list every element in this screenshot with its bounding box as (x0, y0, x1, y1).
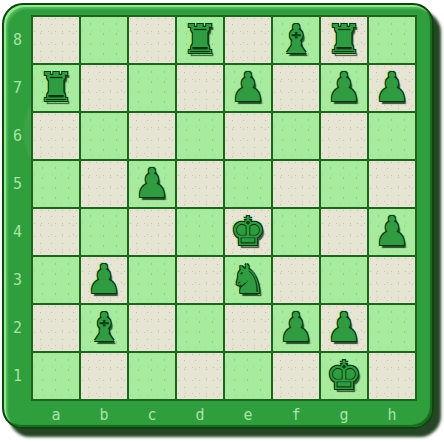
square-d5[interactable] (177, 161, 223, 207)
square-c3[interactable] (129, 257, 175, 303)
rank-label-5: 5 (4, 161, 31, 207)
square-h1[interactable] (369, 353, 415, 399)
piece-pawn-g2[interactable]: ♟ (326, 304, 362, 350)
piece-bishop-f8[interactable]: ♝ (278, 16, 314, 62)
square-d2[interactable] (177, 305, 223, 351)
chess-app-window: 87654321 abcdefgh ♜♝♜♜♟♟♟♟♚♟♟♞♝♟♟♚ (0, 0, 444, 442)
board-frame: 87654321 abcdefgh ♜♝♜♜♟♟♟♟♚♟♟♞♝♟♟♚ (2, 3, 434, 429)
file-label-c: c (129, 403, 175, 429)
square-h3[interactable] (369, 257, 415, 303)
square-e7[interactable]: ♟ (225, 65, 271, 111)
square-g7[interactable]: ♟ (321, 65, 367, 111)
square-g1[interactable]: ♚ (321, 353, 367, 399)
piece-bishop-b2[interactable]: ♝ (86, 304, 122, 350)
square-g2[interactable]: ♟ (321, 305, 367, 351)
piece-pawn-c5[interactable]: ♟ (134, 160, 170, 206)
square-g8[interactable]: ♜ (321, 17, 367, 63)
square-d6[interactable] (177, 113, 223, 159)
rank-label-2: 2 (4, 305, 31, 351)
square-d1[interactable] (177, 353, 223, 399)
square-h6[interactable] (369, 113, 415, 159)
square-c8[interactable] (129, 17, 175, 63)
piece-pawn-e7[interactable]: ♟ (230, 64, 266, 110)
square-e4[interactable]: ♚ (225, 209, 271, 255)
rank-label-1: 1 (4, 353, 31, 399)
square-b5[interactable] (81, 161, 127, 207)
square-c7[interactable] (129, 65, 175, 111)
square-a1[interactable] (33, 353, 79, 399)
file-label-f: f (273, 403, 319, 429)
rank-label-3: 3 (4, 257, 31, 303)
file-label-a: a (33, 403, 79, 429)
piece-rook-d8[interactable]: ♜ (182, 16, 218, 62)
square-d3[interactable] (177, 257, 223, 303)
square-e3[interactable]: ♞ (225, 257, 271, 303)
square-h8[interactable] (369, 17, 415, 63)
file-label-g: g (321, 403, 367, 429)
square-e6[interactable] (225, 113, 271, 159)
square-e2[interactable] (225, 305, 271, 351)
piece-king-e4[interactable]: ♚ (230, 208, 266, 254)
square-a6[interactable] (33, 113, 79, 159)
square-f7[interactable] (273, 65, 319, 111)
piece-pawn-h4[interactable]: ♟ (374, 208, 410, 254)
piece-pawn-h7[interactable]: ♟ (374, 64, 410, 110)
square-h5[interactable] (369, 161, 415, 207)
square-g3[interactable] (321, 257, 367, 303)
piece-king-g1[interactable]: ♚ (326, 352, 362, 398)
piece-pawn-f2[interactable]: ♟ (278, 304, 314, 350)
square-b4[interactable] (81, 209, 127, 255)
square-f4[interactable] (273, 209, 319, 255)
square-f2[interactable]: ♟ (273, 305, 319, 351)
square-b8[interactable] (81, 17, 127, 63)
square-h2[interactable] (369, 305, 415, 351)
file-label-d: d (177, 403, 223, 429)
square-c6[interactable] (129, 113, 175, 159)
square-b6[interactable] (81, 113, 127, 159)
rank-label-6: 6 (4, 113, 31, 159)
file-label-b: b (81, 403, 127, 429)
square-a7[interactable]: ♜ (33, 65, 79, 111)
square-a8[interactable] (33, 17, 79, 63)
square-f5[interactable] (273, 161, 319, 207)
square-e5[interactable] (225, 161, 271, 207)
square-f1[interactable] (273, 353, 319, 399)
square-h4[interactable]: ♟ (369, 209, 415, 255)
file-label-h: h (369, 403, 415, 429)
square-g4[interactable] (321, 209, 367, 255)
square-b2[interactable]: ♝ (81, 305, 127, 351)
rank-label-8: 8 (4, 17, 31, 63)
square-d8[interactable]: ♜ (177, 17, 223, 63)
square-c2[interactable] (129, 305, 175, 351)
square-b1[interactable] (81, 353, 127, 399)
square-f6[interactable] (273, 113, 319, 159)
square-a4[interactable] (33, 209, 79, 255)
piece-rook-g8[interactable]: ♜ (326, 16, 362, 62)
square-f8[interactable]: ♝ (273, 17, 319, 63)
piece-pawn-g7[interactable]: ♟ (326, 64, 362, 110)
square-b3[interactable]: ♟ (81, 257, 127, 303)
square-a3[interactable] (33, 257, 79, 303)
rank-label-7: 7 (4, 65, 31, 111)
square-c4[interactable] (129, 209, 175, 255)
square-a2[interactable] (33, 305, 79, 351)
file-label-e: e (225, 403, 271, 429)
square-e8[interactable] (225, 17, 271, 63)
square-c1[interactable] (129, 353, 175, 399)
square-a5[interactable] (33, 161, 79, 207)
piece-rook-a7[interactable]: ♜ (38, 64, 74, 110)
chess-board: ♜♝♜♜♟♟♟♟♚♟♟♞♝♟♟♚ (31, 15, 417, 401)
piece-pawn-b3[interactable]: ♟ (86, 256, 122, 302)
rank-label-4: 4 (4, 209, 31, 255)
square-d7[interactable] (177, 65, 223, 111)
square-d4[interactable] (177, 209, 223, 255)
square-f3[interactable] (273, 257, 319, 303)
piece-knight-e3[interactable]: ♞ (230, 256, 266, 302)
square-b7[interactable] (81, 65, 127, 111)
square-h7[interactable]: ♟ (369, 65, 415, 111)
square-g6[interactable] (321, 113, 367, 159)
square-e1[interactable] (225, 353, 271, 399)
square-c5[interactable]: ♟ (129, 161, 175, 207)
square-g5[interactable] (321, 161, 367, 207)
